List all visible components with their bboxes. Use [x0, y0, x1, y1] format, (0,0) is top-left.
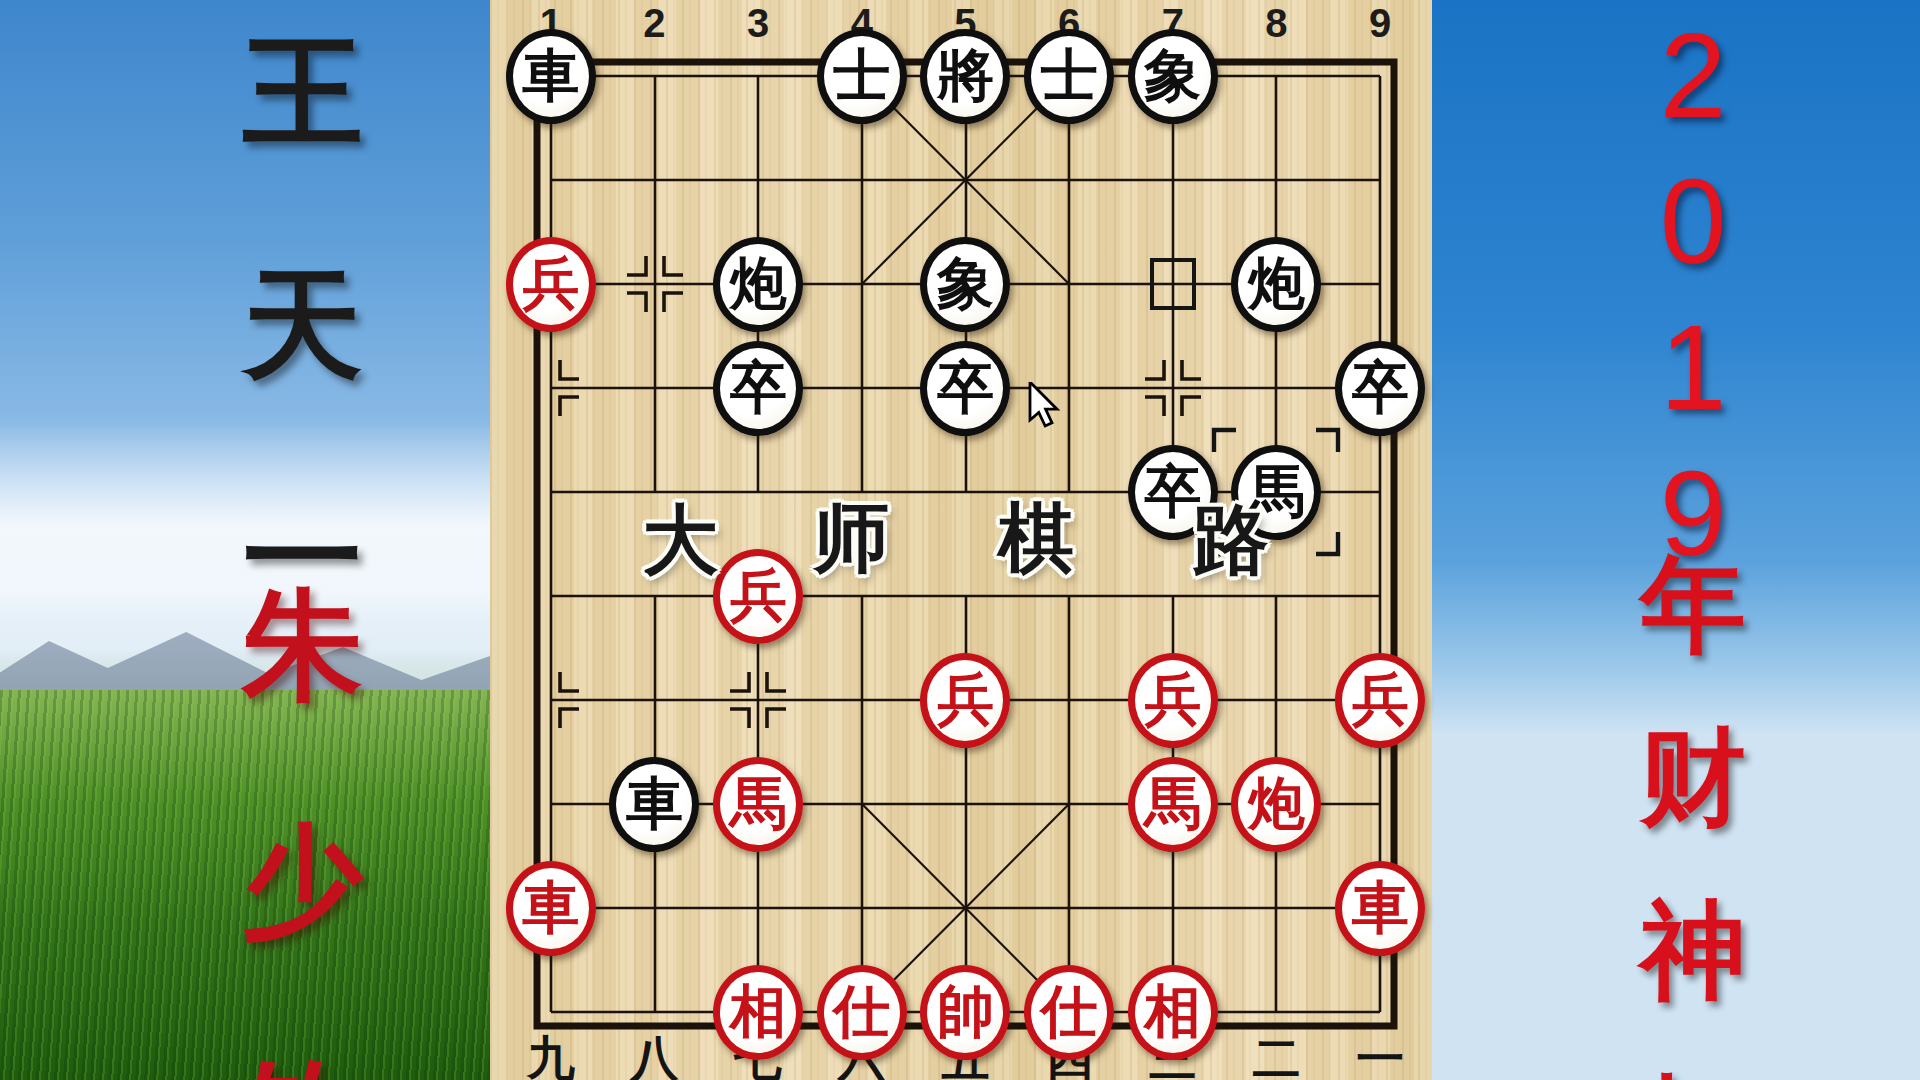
watermark-char: 棋 [998, 488, 1074, 591]
vertical-char: 年 [1640, 534, 1746, 677]
piece-black-卒[interactable]: 卒 [713, 341, 803, 436]
piece-red-仕[interactable]: 仕 [817, 965, 907, 1060]
piece-red-兵[interactable]: 兵 [920, 653, 1010, 748]
vertical-char: 财 [1640, 707, 1746, 850]
vertical-char: 钧 [243, 1036, 363, 1080]
piece-red-相[interactable]: 相 [713, 965, 803, 1060]
player-name-red: 朱少钧 [230, 566, 375, 1080]
piece-black-卒[interactable]: 卒 [1335, 341, 1425, 436]
watermark-char: 大 [642, 490, 718, 593]
piece-red-相[interactable]: 相 [1128, 965, 1218, 1060]
watermark-char: 师 [813, 488, 889, 591]
piece-red-兵[interactable]: 兵 [506, 237, 596, 332]
piece-black-車[interactable]: 車 [506, 29, 596, 124]
event-year: 2019 [1628, 6, 1758, 582]
piece-black-炮[interactable]: 炮 [1231, 237, 1321, 332]
vertical-char: 天 [243, 245, 363, 408]
piece-black-士[interactable]: 士 [817, 29, 907, 124]
vertical-char: 神 [1640, 880, 1746, 1023]
event-name: 年财神杯 [1628, 534, 1758, 1080]
vertical-char: 少 [243, 801, 363, 964]
piece-red-炮[interactable]: 炮 [1231, 757, 1321, 852]
piece-black-炮[interactable]: 炮 [713, 237, 803, 332]
piece-black-士[interactable]: 士 [1024, 29, 1114, 124]
vertical-char: 2 [1660, 6, 1727, 144]
screenshot-root: { "game": "xiangqi", "watermark": "大师棋路"… [0, 0, 1920, 1080]
player-name-black: 王天一 [230, 12, 375, 641]
piece-red-兵[interactable]: 兵 [1128, 653, 1218, 748]
piece-red-馬[interactable]: 馬 [713, 757, 803, 852]
piece-black-將[interactable]: 將 [920, 29, 1010, 124]
vertical-char: 1 [1660, 298, 1727, 436]
piece-red-兵[interactable]: 兵 [1335, 653, 1425, 748]
vertical-char: 王 [243, 12, 363, 175]
watermark-char: 路 [1193, 490, 1269, 593]
piece-red-仕[interactable]: 仕 [1024, 965, 1114, 1060]
mouse-cursor [1028, 382, 1068, 428]
piece-black-象[interactable]: 象 [1128, 29, 1218, 124]
piece-layer: 車士將士象兵炮象炮卒卒卒卒馬兵兵兵兵車馬馬炮車車相仕帥仕相 [499, 24, 1432, 1064]
piece-black-象[interactable]: 象 [920, 237, 1010, 332]
piece-red-車[interactable]: 車 [1335, 861, 1425, 956]
vertical-char: 朱 [243, 566, 363, 729]
piece-red-馬[interactable]: 馬 [1128, 757, 1218, 852]
piece-red-兵[interactable]: 兵 [713, 549, 803, 644]
piece-red-車[interactable]: 車 [506, 861, 596, 956]
piece-black-卒[interactable]: 卒 [920, 341, 1010, 436]
piece-red-帥[interactable]: 帥 [920, 965, 1010, 1060]
vertical-char: 杯 [1640, 1053, 1746, 1080]
piece-black-車[interactable]: 車 [609, 757, 699, 852]
vertical-char: 0 [1660, 152, 1727, 290]
